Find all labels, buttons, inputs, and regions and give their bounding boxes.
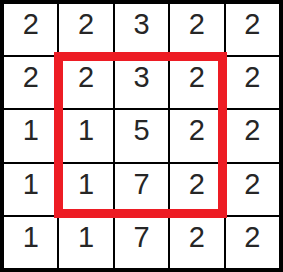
cell-r2c5: 2 — [225, 56, 280, 109]
cell-r5c5: 2 — [225, 216, 280, 269]
cell-r1c2: 2 — [58, 3, 113, 56]
cell-r3c3: 5 — [114, 109, 169, 162]
cell-r2c2: 2 — [58, 56, 113, 109]
cell-r2c3: 3 — [114, 56, 169, 109]
cell-r1c5: 2 — [225, 3, 280, 56]
cell-r4c2: 1 — [58, 163, 113, 216]
cell-r2c1: 2 — [3, 56, 58, 109]
cell-r3c1: 1 — [3, 109, 58, 162]
cell-r5c1: 1 — [3, 216, 58, 269]
cell-r4c4: 2 — [169, 163, 224, 216]
cell-r5c4: 2 — [169, 216, 224, 269]
cell-r1c4: 2 — [169, 3, 224, 56]
cell-r5c2: 1 — [58, 216, 113, 269]
number-grid-board: 2 2 3 2 2 2 2 3 2 2 1 1 5 2 2 1 1 7 2 2 … — [0, 0, 283, 272]
cell-r3c5: 2 — [225, 109, 280, 162]
cell-r1c3: 3 — [114, 3, 169, 56]
cell-r4c1: 1 — [3, 163, 58, 216]
cell-r3c2: 1 — [58, 109, 113, 162]
cell-r1c1: 2 — [3, 3, 58, 56]
cell-r4c5: 2 — [225, 163, 280, 216]
number-grid: 2 2 3 2 2 2 2 3 2 2 1 1 5 2 2 1 1 7 2 2 … — [0, 0, 283, 272]
cell-r5c3: 7 — [114, 216, 169, 269]
cell-r4c3: 7 — [114, 163, 169, 216]
cell-r2c4: 2 — [169, 56, 224, 109]
cell-r3c4: 2 — [169, 109, 224, 162]
